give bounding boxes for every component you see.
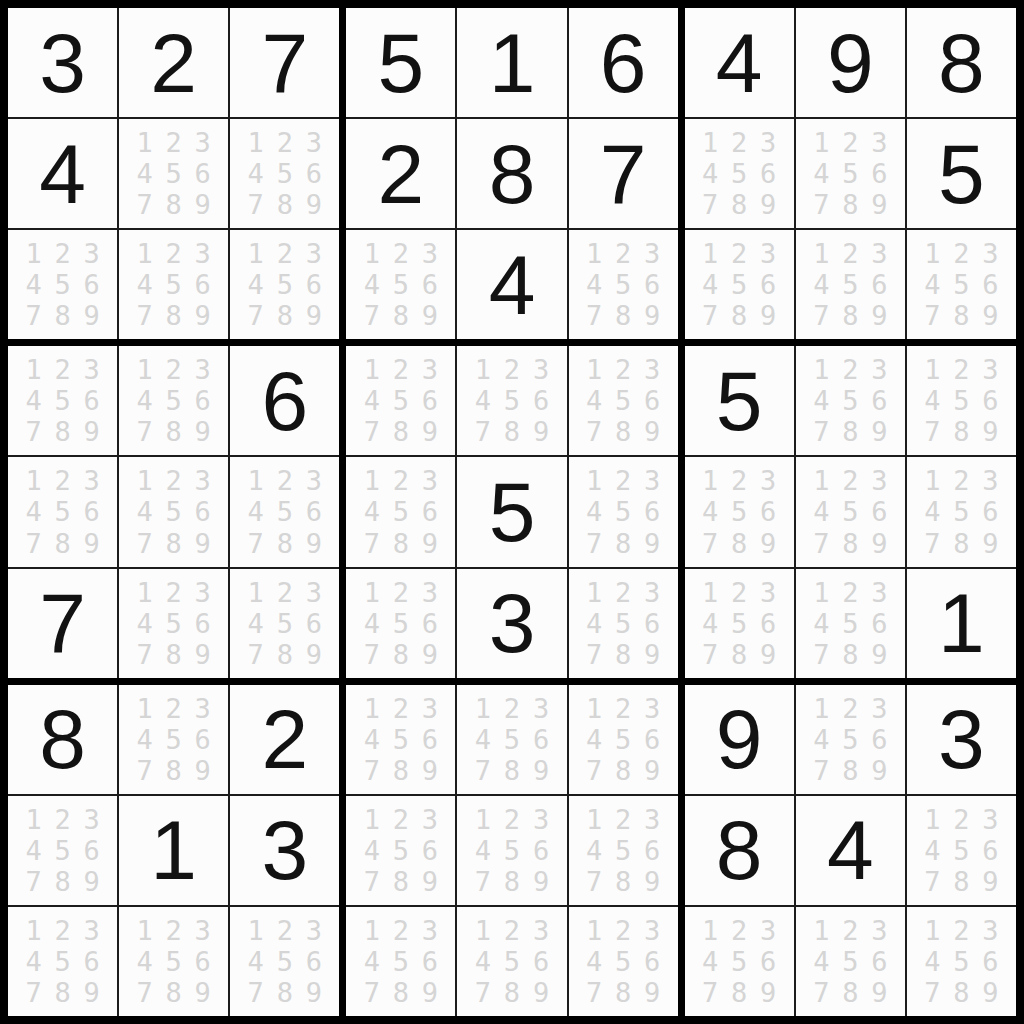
block-0-0: 3274123456789123456789123456789123456789… [8,8,339,339]
pencil-mark-6: 6 [976,946,1005,977]
cell-r7c8[interactable]: 123456789 [796,685,905,794]
pencil-mark-9: 9 [415,300,444,331]
pencil-mark-3: 3 [865,915,894,946]
cell-r5c2[interactable]: 123456789 [119,457,228,566]
pencil-mark-4: 4 [696,158,725,189]
pencil-mark-7: 7 [918,528,947,559]
cell-r1c8[interactable]: 9 [796,8,905,117]
pencil-mark-5: 5 [386,496,415,527]
pencil-mark-9: 9 [754,300,783,331]
pencil-mark-9: 9 [638,977,667,1008]
pencil-mark-1: 1 [807,354,836,385]
pencil-mark-9: 9 [638,416,667,447]
pencil-mark-1: 1 [580,693,609,724]
pencil-mark-3: 3 [754,465,783,496]
cell-r6c3[interactable]: 123456789 [230,569,339,678]
pencil-mark-5: 5 [836,608,865,639]
pencil-mark-9: 9 [976,866,1005,897]
pencil-mark-7: 7 [357,866,386,897]
pencil-mark-6: 6 [976,496,1005,527]
cell-r9c6[interactable]: 123456789 [569,907,678,1016]
block-1-1: 1234567891234567891234567891234567895123… [346,346,677,677]
pencil-mark-7: 7 [807,300,836,331]
cell-r5c3[interactable]: 123456789 [230,457,339,566]
pencil-mark-8: 8 [159,416,188,447]
pencil-mark-2: 2 [159,127,188,158]
pencil-mark-4: 4 [241,496,270,527]
pencil-mark-5: 5 [947,269,976,300]
pencil-mark-4: 4 [357,496,386,527]
cell-r8c7[interactable]: 8 [685,796,794,905]
cell-r5c6[interactable]: 123456789 [569,457,678,566]
pencil-mark-2: 2 [609,577,638,608]
pencil-mark-7: 7 [130,528,159,559]
cell-r5c1[interactable]: 123456789 [8,457,117,566]
pencil-mark-7: 7 [807,755,836,786]
cell-r3c2[interactable]: 123456789 [119,230,228,339]
pencil-mark-6: 6 [188,496,217,527]
pencil-mark-2: 2 [386,577,415,608]
cell-r6c2[interactable]: 123456789 [119,569,228,678]
cell-r6c1[interactable]: 7 [8,569,117,678]
pencil-mark-1: 1 [357,577,386,608]
given-digit: 6 [600,21,647,105]
pencil-mark-3: 3 [299,127,328,158]
cell-r6c5[interactable]: 3 [457,569,566,678]
pencil-mark-4: 4 [19,269,48,300]
pencil-mark-9: 9 [188,639,217,670]
cell-r1c7[interactable]: 4 [685,8,794,117]
cell-r7c6[interactable]: 123456789 [569,685,678,794]
pencil-mark-9: 9 [415,416,444,447]
pencil-mark-8: 8 [497,866,526,897]
block-0-2: 4981234567891234567895123456789123456789… [685,8,1016,339]
pencil-marks: 123456789 [346,457,455,566]
pencil-mark-8: 8 [836,300,865,331]
cell-r8c4[interactable]: 123456789 [346,796,455,905]
pencil-mark-1: 1 [357,804,386,835]
cell-r8c3[interactable]: 3 [230,796,339,905]
cell-r3c1[interactable]: 123456789 [8,230,117,339]
cell-r2c8[interactable]: 123456789 [796,119,905,228]
block-1-0: 1234567891234567896123456789123456789123… [8,346,339,677]
pencil-mark-6: 6 [188,158,217,189]
pencil-mark-5: 5 [159,496,188,527]
cell-r3c9[interactable]: 123456789 [907,230,1016,339]
pencil-mark-6: 6 [754,158,783,189]
cell-r6c6[interactable]: 123456789 [569,569,678,678]
cell-r2c7[interactable]: 123456789 [685,119,794,228]
pencil-mark-4: 4 [696,496,725,527]
pencil-mark-7: 7 [468,866,497,897]
cell-r8c9[interactable]: 123456789 [907,796,1016,905]
pencil-mark-9: 9 [865,639,894,670]
pencil-mark-8: 8 [836,189,865,220]
pencil-mark-7: 7 [918,300,947,331]
pencil-mark-2: 2 [48,238,77,269]
pencil-mark-1: 1 [696,238,725,269]
pencil-mark-5: 5 [386,835,415,866]
pencil-mark-7: 7 [357,639,386,670]
cell-r9c3[interactable]: 123456789 [230,907,339,1016]
cell-r5c7[interactable]: 123456789 [685,457,794,566]
pencil-mark-7: 7 [130,416,159,447]
pencil-mark-9: 9 [188,189,217,220]
cell-r3c6[interactable]: 123456789 [569,230,678,339]
given-digit: 4 [716,21,763,105]
pencil-mark-1: 1 [807,915,836,946]
pencil-mark-3: 3 [527,915,556,946]
pencil-mark-7: 7 [696,639,725,670]
cell-r5c4[interactable]: 123456789 [346,457,455,566]
pencil-mark-8: 8 [497,755,526,786]
pencil-mark-9: 9 [77,977,106,1008]
cell-r8c8[interactable]: 4 [796,796,905,905]
pencil-marks: 123456789 [796,119,905,228]
pencil-mark-2: 2 [386,354,415,385]
pencil-mark-4: 4 [807,385,836,416]
pencil-mark-7: 7 [696,528,725,559]
cell-r4c1[interactable]: 123456789 [8,346,117,455]
cell-r4c9[interactable]: 123456789 [907,346,1016,455]
pencil-mark-7: 7 [241,528,270,559]
cell-r2c5[interactable]: 8 [457,119,566,228]
pencil-mark-2: 2 [836,693,865,724]
pencil-marks: 123456789 [796,907,905,1016]
given-digit: 3 [39,21,86,105]
pencil-mark-8: 8 [609,416,638,447]
pencil-mark-1: 1 [130,577,159,608]
pencil-mark-9: 9 [976,528,1005,559]
pencil-mark-4: 4 [241,158,270,189]
given-digit: 5 [938,132,985,216]
given-digit: 7 [261,21,308,105]
pencil-mark-9: 9 [976,300,1005,331]
pencil-mark-3: 3 [976,804,1005,835]
pencil-mark-6: 6 [865,385,894,416]
pencil-mark-8: 8 [609,866,638,897]
pencil-mark-9: 9 [415,528,444,559]
pencil-mark-6: 6 [754,496,783,527]
pencil-mark-1: 1 [918,354,947,385]
cell-r2c3[interactable]: 123456789 [230,119,339,228]
cell-r7c4[interactable]: 123456789 [346,685,455,794]
given-digit: 5 [489,470,536,554]
cell-r4c3[interactable]: 6 [230,346,339,455]
cell-r9c9[interactable]: 123456789 [907,907,1016,1016]
cell-r3c3[interactable]: 123456789 [230,230,339,339]
pencil-mark-5: 5 [497,946,526,977]
pencil-mark-4: 4 [918,946,947,977]
pencil-mark-7: 7 [580,416,609,447]
given-digit: 8 [938,21,985,105]
pencil-mark-4: 4 [807,496,836,527]
pencil-mark-9: 9 [188,977,217,1008]
pencil-mark-2: 2 [159,238,188,269]
pencil-mark-2: 2 [947,804,976,835]
given-digit: 8 [39,697,86,781]
pencil-mark-7: 7 [918,416,947,447]
pencil-mark-2: 2 [497,804,526,835]
cell-r1c2[interactable]: 2 [119,8,228,117]
cell-r9c8[interactable]: 123456789 [796,907,905,1016]
pencil-mark-2: 2 [609,804,638,835]
pencil-mark-3: 3 [754,238,783,269]
pencil-mark-8: 8 [725,528,754,559]
pencil-mark-3: 3 [865,354,894,385]
pencil-mark-4: 4 [918,269,947,300]
cell-r9c2[interactable]: 123456789 [119,907,228,1016]
pencil-mark-7: 7 [19,528,48,559]
pencil-mark-6: 6 [638,385,667,416]
cell-r4c6[interactable]: 123456789 [569,346,678,455]
pencil-mark-8: 8 [159,189,188,220]
pencil-mark-3: 3 [638,577,667,608]
pencil-mark-4: 4 [357,385,386,416]
cell-r4c4[interactable]: 123456789 [346,346,455,455]
pencil-mark-4: 4 [696,608,725,639]
pencil-mark-5: 5 [386,385,415,416]
cell-r1c9[interactable]: 8 [907,8,1016,117]
given-digit: 6 [261,359,308,443]
pencil-mark-1: 1 [130,465,159,496]
pencil-mark-5: 5 [48,269,77,300]
cell-r8c1[interactable]: 123456789 [8,796,117,905]
given-digit: 1 [150,808,197,892]
pencil-mark-2: 2 [386,465,415,496]
pencil-mark-4: 4 [807,608,836,639]
pencil-mark-2: 2 [836,465,865,496]
cell-r1c1[interactable]: 3 [8,8,117,117]
cell-r5c5[interactable]: 5 [457,457,566,566]
pencil-mark-7: 7 [807,189,836,220]
pencil-marks: 123456789 [119,685,228,794]
cell-r6c4[interactable]: 123456789 [346,569,455,678]
pencil-mark-5: 5 [836,269,865,300]
pencil-mark-1: 1 [918,915,947,946]
pencil-mark-1: 1 [580,915,609,946]
pencil-mark-4: 4 [130,946,159,977]
pencil-mark-1: 1 [357,465,386,496]
pencil-mark-4: 4 [19,946,48,977]
pencil-mark-1: 1 [807,127,836,158]
pencil-mark-6: 6 [638,496,667,527]
sudoku-board: 3274123456789123456789123456789123456789… [0,0,1024,1024]
pencil-mark-1: 1 [241,577,270,608]
pencil-mark-3: 3 [976,915,1005,946]
cell-r4c2[interactable]: 123456789 [119,346,228,455]
pencil-mark-6: 6 [754,608,783,639]
pencil-mark-2: 2 [48,915,77,946]
cell-r6c8[interactable]: 123456789 [796,569,905,678]
pencil-mark-9: 9 [865,977,894,1008]
cell-r6c9[interactable]: 1 [907,569,1016,678]
pencil-mark-2: 2 [947,354,976,385]
pencil-mark-2: 2 [725,915,754,946]
pencil-mark-2: 2 [270,238,299,269]
pencil-mark-8: 8 [836,755,865,786]
pencil-mark-9: 9 [77,866,106,897]
pencil-mark-5: 5 [609,835,638,866]
pencil-mark-5: 5 [159,946,188,977]
pencil-mark-4: 4 [696,946,725,977]
pencil-mark-8: 8 [609,755,638,786]
pencil-mark-4: 4 [130,385,159,416]
pencil-mark-1: 1 [468,804,497,835]
pencil-mark-2: 2 [386,693,415,724]
pencil-mark-3: 3 [638,915,667,946]
pencil-mark-4: 4 [580,269,609,300]
given-digit: 2 [261,697,308,781]
pencil-mark-2: 2 [270,577,299,608]
pencil-mark-1: 1 [696,577,725,608]
pencil-mark-3: 3 [188,693,217,724]
cell-r1c4[interactable]: 5 [346,8,455,117]
cell-r8c2[interactable]: 1 [119,796,228,905]
pencil-mark-8: 8 [497,416,526,447]
pencil-marks: 123456789 [230,569,339,678]
given-digit: 1 [938,581,985,665]
pencil-mark-7: 7 [918,866,947,897]
pencil-mark-3: 3 [865,465,894,496]
pencil-mark-5: 5 [159,724,188,755]
cell-r9c7[interactable]: 123456789 [685,907,794,1016]
pencil-mark-3: 3 [638,465,667,496]
cell-r6c7[interactable]: 123456789 [685,569,794,678]
cell-r2c2[interactable]: 123456789 [119,119,228,228]
pencil-mark-2: 2 [48,354,77,385]
cell-r5c8[interactable]: 123456789 [796,457,905,566]
pencil-mark-6: 6 [77,946,106,977]
pencil-mark-9: 9 [415,977,444,1008]
pencil-mark-4: 4 [357,946,386,977]
pencil-mark-6: 6 [976,385,1005,416]
pencil-mark-9: 9 [299,189,328,220]
cell-r7c9[interactable]: 3 [907,685,1016,794]
pencil-mark-7: 7 [130,189,159,220]
pencil-mark-8: 8 [725,639,754,670]
cell-r8c5[interactable]: 123456789 [457,796,566,905]
pencil-mark-2: 2 [48,804,77,835]
pencil-mark-5: 5 [48,496,77,527]
pencil-mark-1: 1 [357,915,386,946]
pencil-mark-1: 1 [918,465,947,496]
cell-r8c6[interactable]: 123456789 [569,796,678,905]
pencil-marks: 123456789 [346,230,455,339]
pencil-mark-4: 4 [130,158,159,189]
pencil-mark-5: 5 [836,385,865,416]
pencil-mark-9: 9 [77,416,106,447]
pencil-mark-9: 9 [188,755,217,786]
cell-r1c5[interactable]: 1 [457,8,566,117]
pencil-mark-7: 7 [130,755,159,786]
pencil-marks: 123456789 [907,457,1016,566]
pencil-mark-3: 3 [77,465,106,496]
cell-r2c6[interactable]: 7 [569,119,678,228]
pencil-mark-5: 5 [270,269,299,300]
pencil-mark-2: 2 [947,465,976,496]
cell-r4c5[interactable]: 123456789 [457,346,566,455]
pencil-mark-7: 7 [130,300,159,331]
pencil-mark-7: 7 [19,300,48,331]
given-digit: 4 [39,132,86,216]
pencil-mark-1: 1 [357,238,386,269]
cell-r1c6[interactable]: 6 [569,8,678,117]
pencil-mark-7: 7 [130,977,159,1008]
pencil-marks: 123456789 [8,230,117,339]
pencil-mark-9: 9 [299,528,328,559]
cell-r9c5[interactable]: 123456789 [457,907,566,1016]
cell-r1c3[interactable]: 7 [230,8,339,117]
pencil-mark-5: 5 [947,496,976,527]
pencil-mark-6: 6 [754,269,783,300]
cell-r3c7[interactable]: 123456789 [685,230,794,339]
cell-r7c1[interactable]: 8 [8,685,117,794]
cell-r7c7[interactable]: 9 [685,685,794,794]
cell-r5c9[interactable]: 123456789 [907,457,1016,566]
pencil-mark-3: 3 [976,465,1005,496]
pencil-mark-2: 2 [836,238,865,269]
cell-r2c1[interactable]: 4 [8,119,117,228]
pencil-mark-3: 3 [415,804,444,835]
cell-r3c4[interactable]: 123456789 [346,230,455,339]
pencil-mark-7: 7 [580,977,609,1008]
pencil-mark-6: 6 [299,269,328,300]
pencil-mark-5: 5 [497,724,526,755]
pencil-mark-1: 1 [580,238,609,269]
cell-r3c5[interactable]: 4 [457,230,566,339]
pencil-marks: 123456789 [346,569,455,678]
pencil-mark-7: 7 [468,977,497,1008]
pencil-marks: 123456789 [685,119,794,228]
pencil-mark-4: 4 [696,269,725,300]
pencil-mark-8: 8 [270,528,299,559]
pencil-mark-5: 5 [725,269,754,300]
pencil-mark-8: 8 [270,189,299,220]
pencil-mark-1: 1 [130,693,159,724]
pencil-mark-8: 8 [48,416,77,447]
cell-r9c1[interactable]: 123456789 [8,907,117,1016]
pencil-mark-7: 7 [19,977,48,1008]
pencil-mark-8: 8 [836,977,865,1008]
cell-r4c8[interactable]: 123456789 [796,346,905,455]
pencil-mark-4: 4 [918,496,947,527]
pencil-marks: 123456789 [796,457,905,566]
pencil-mark-9: 9 [415,639,444,670]
pencil-marks: 123456789 [796,569,905,678]
cell-r9c4[interactable]: 123456789 [346,907,455,1016]
pencil-mark-8: 8 [386,977,415,1008]
cell-r7c3[interactable]: 2 [230,685,339,794]
pencil-mark-6: 6 [188,385,217,416]
pencil-mark-2: 2 [609,693,638,724]
pencil-mark-8: 8 [947,300,976,331]
pencil-marks: 123456789 [907,907,1016,1016]
pencil-mark-9: 9 [638,866,667,897]
cell-r7c2[interactable]: 123456789 [119,685,228,794]
cell-r4c7[interactable]: 5 [685,346,794,455]
given-digit: 8 [489,132,536,216]
pencil-mark-7: 7 [807,977,836,1008]
cell-r2c4[interactable]: 2 [346,119,455,228]
pencil-mark-2: 2 [497,693,526,724]
pencil-mark-3: 3 [865,577,894,608]
pencil-mark-3: 3 [188,127,217,158]
cell-r7c5[interactable]: 123456789 [457,685,566,794]
pencil-mark-6: 6 [638,946,667,977]
cell-r3c8[interactable]: 123456789 [796,230,905,339]
cell-r2c9[interactable]: 5 [907,119,1016,228]
